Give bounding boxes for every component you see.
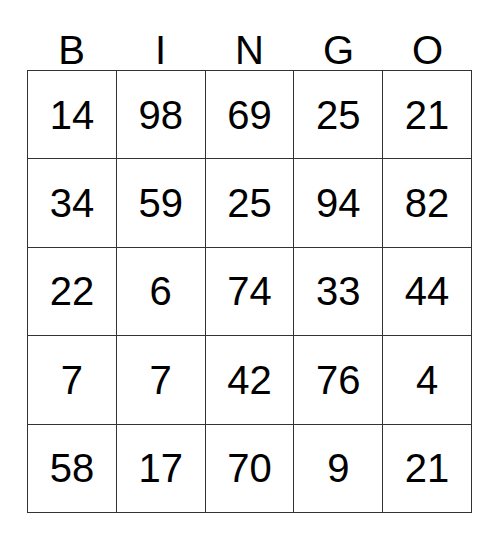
header-letter-o: O <box>383 0 472 70</box>
bingo-cell[interactable]: 94 <box>294 159 383 247</box>
bingo-cell[interactable]: 7 <box>28 336 117 424</box>
bingo-header-row: B I N G O <box>27 0 472 70</box>
bingo-cell[interactable]: 74 <box>206 248 295 336</box>
bingo-cell[interactable]: 7 <box>117 336 206 424</box>
bingo-cell[interactable]: 69 <box>206 71 295 159</box>
bingo-cell[interactable]: 21 <box>383 425 472 513</box>
bingo-cell[interactable]: 98 <box>117 71 206 159</box>
bingo-cell[interactable]: 59 <box>117 159 206 247</box>
bingo-cell[interactable]: 14 <box>28 71 117 159</box>
bingo-cell[interactable]: 58 <box>28 425 117 513</box>
bingo-cell[interactable]: 25 <box>206 159 295 247</box>
bingo-cell[interactable]: 21 <box>383 71 472 159</box>
header-letter-g: G <box>294 0 383 70</box>
bingo-cell[interactable]: 6 <box>117 248 206 336</box>
bingo-cell[interactable]: 82 <box>383 159 472 247</box>
header-letter-i: I <box>116 0 205 70</box>
bingo-cell[interactable]: 22 <box>28 248 117 336</box>
bingo-cell[interactable]: 76 <box>294 336 383 424</box>
bingo-cell[interactable]: 33 <box>294 248 383 336</box>
bingo-cell[interactable]: 70 <box>206 425 295 513</box>
bingo-card-page: B I N G O 14 98 69 25 21 34 59 25 94 82 … <box>0 0 500 544</box>
bingo-cell[interactable]: 34 <box>28 159 117 247</box>
bingo-board: 14 98 69 25 21 34 59 25 94 82 22 6 74 33… <box>27 70 472 513</box>
bingo-card: B I N G O 14 98 69 25 21 34 59 25 94 82 … <box>27 0 472 513</box>
header-letter-b: B <box>27 0 116 70</box>
bingo-cell[interactable]: 42 <box>206 336 295 424</box>
bingo-cell[interactable]: 9 <box>294 425 383 513</box>
bingo-cell[interactable]: 25 <box>294 71 383 159</box>
bingo-cell[interactable]: 17 <box>117 425 206 513</box>
header-letter-n: N <box>205 0 294 70</box>
bingo-cell[interactable]: 44 <box>383 248 472 336</box>
bingo-cell[interactable]: 4 <box>383 336 472 424</box>
